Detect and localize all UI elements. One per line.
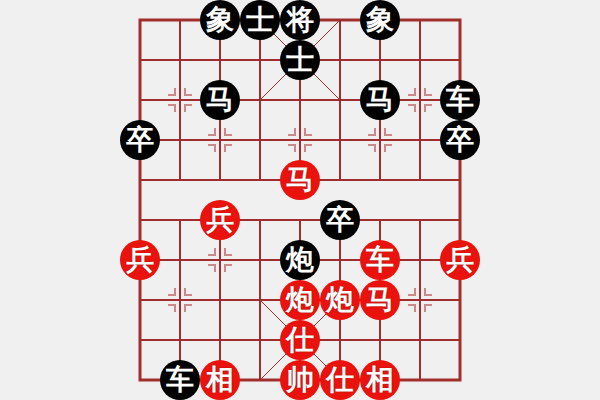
black-horse-glyph: 马 [360, 80, 400, 120]
piece-red-soldier[interactable]: 兵 [200, 200, 240, 240]
red-advisor-glyph: 仕 [280, 320, 320, 360]
piece-black-chariot[interactable]: 车 [160, 360, 200, 400]
black-soldier-glyph: 卒 [440, 120, 480, 160]
red-elephant-glyph: 相 [200, 360, 240, 400]
red-advisor-glyph: 仕 [320, 360, 360, 400]
piece-red-elephant[interactable]: 相 [360, 360, 400, 400]
piece-red-advisor[interactable]: 仕 [320, 360, 360, 400]
black-soldier-glyph: 卒 [320, 200, 360, 240]
piece-black-chariot[interactable]: 车 [440, 80, 480, 120]
black-elephant-glyph: 象 [360, 0, 400, 40]
piece-black-cannon[interactable]: 炮 [280, 240, 320, 280]
black-cannon-glyph: 炮 [280, 240, 320, 280]
black-elephant-glyph: 象 [200, 0, 240, 40]
piece-black-advisor[interactable]: 士 [240, 0, 280, 40]
red-soldier-glyph: 兵 [440, 240, 480, 280]
piece-red-advisor[interactable]: 仕 [280, 320, 320, 360]
black-advisor-glyph: 士 [280, 40, 320, 80]
piece-red-cannon[interactable]: 炮 [320, 280, 360, 320]
black-soldier-glyph: 卒 [120, 120, 160, 160]
piece-red-general[interactable]: 帅 [280, 360, 320, 400]
red-general-glyph: 帅 [280, 360, 320, 400]
piece-black-elephant[interactable]: 象 [200, 0, 240, 40]
red-elephant-glyph: 相 [360, 360, 400, 400]
piece-red-soldier[interactable]: 兵 [120, 240, 160, 280]
black-horse-glyph: 马 [200, 80, 240, 120]
piece-red-cannon[interactable]: 炮 [280, 280, 320, 320]
black-general-glyph: 将 [280, 0, 320, 40]
piece-black-elephant[interactable]: 象 [360, 0, 400, 40]
red-soldier-glyph: 兵 [120, 240, 160, 280]
black-chariot-glyph: 车 [160, 360, 200, 400]
red-cannon-glyph: 炮 [320, 280, 360, 320]
piece-red-horse[interactable]: 马 [280, 160, 320, 200]
red-horse-glyph: 马 [360, 280, 400, 320]
black-advisor-glyph: 士 [240, 0, 280, 40]
piece-black-soldier[interactable]: 卒 [440, 120, 480, 160]
red-horse-glyph: 马 [280, 160, 320, 200]
piece-red-elephant[interactable]: 相 [200, 360, 240, 400]
piece-black-general[interactable]: 将 [280, 0, 320, 40]
piece-black-advisor[interactable]: 士 [280, 40, 320, 80]
red-cannon-glyph: 炮 [280, 280, 320, 320]
red-soldier-glyph: 兵 [200, 200, 240, 240]
black-chariot-glyph: 车 [440, 80, 480, 120]
piece-black-horse[interactable]: 马 [200, 80, 240, 120]
red-chariot-glyph: 车 [360, 240, 400, 280]
piece-red-soldier[interactable]: 兵 [440, 240, 480, 280]
piece-black-horse[interactable]: 马 [360, 80, 400, 120]
piece-black-soldier[interactable]: 卒 [320, 200, 360, 240]
piece-red-horse[interactable]: 马 [360, 280, 400, 320]
piece-red-chariot[interactable]: 车 [360, 240, 400, 280]
xiangqi-board[interactable]: 象士将象士马马车卒卒马兵卒兵炮车兵炮炮马仕车相帅仕相 [120, 0, 480, 400]
piece-black-soldier[interactable]: 卒 [120, 120, 160, 160]
xiangqi-app-screen: 象士将象士马马车卒卒马兵卒兵炮车兵炮炮马仕车相帅仕相 [0, 0, 600, 400]
